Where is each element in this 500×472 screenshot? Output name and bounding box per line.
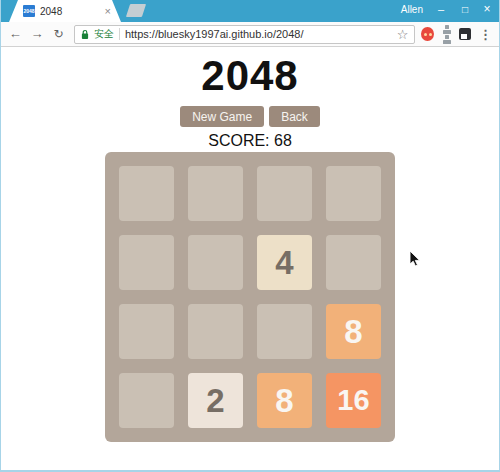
new-tab-button[interactable] (126, 4, 146, 17)
omnibox[interactable]: 安全 https://bluesky1997ai.github.io/2048/… (74, 25, 416, 44)
security-label: 安全 (94, 27, 114, 41)
board-cell-r3c3 (257, 304, 312, 359)
forward-icon[interactable]: → (30, 26, 45, 42)
maximize-button[interactable]: □ (455, 0, 475, 20)
extension-grid-icon[interactable] (440, 29, 453, 40)
browser-tab[interactable]: 2048 2048 × (9, 0, 121, 22)
extension-red-icon[interactable] (421, 27, 434, 41)
browser-toolbar: ← → ↻ 安全 https://bluesky1997ai.github.io… (1, 22, 499, 47)
board-cell-r2c3: 4 (257, 235, 312, 290)
back-button[interactable]: Back (269, 106, 320, 127)
browser-menu-icon[interactable]: ⋮ (479, 27, 492, 42)
board-cell-r4c4: 16 (326, 373, 381, 428)
browser-window: 2048 2048 × Allen – □ × ← → ↻ 安全 https:/… (0, 0, 500, 472)
board-cell-r3c1 (119, 304, 174, 359)
button-row: New Game Back (1, 106, 499, 127)
minimize-button[interactable]: – (431, 0, 451, 20)
tab-title: 2048 (40, 6, 100, 17)
board-cell-r1c2 (188, 166, 243, 221)
board-cell-r4c1 (119, 373, 174, 428)
omnibox-separator (119, 28, 120, 40)
board-cell-r2c4 (326, 235, 381, 290)
titlebar: 2048 2048 × Allen – □ × (1, 0, 499, 22)
tab-close-icon[interactable]: × (105, 6, 111, 17)
extension-avatar-icon[interactable] (459, 28, 471, 40)
user-name: Allen (401, 4, 423, 15)
new-game-button[interactable]: New Game (180, 106, 264, 127)
game-board: 4 8 2 8 16 (105, 152, 395, 442)
lock-icon (81, 29, 89, 40)
close-window-button[interactable]: × (477, 0, 497, 20)
board-cell-r3c4: 8 (326, 304, 381, 359)
board-cell-r1c4 (326, 166, 381, 221)
board-cell-r1c1 (119, 166, 174, 221)
tab-favicon-icon: 2048 (23, 5, 35, 17)
board-cell-r2c1 (119, 235, 174, 290)
back-icon[interactable]: ← (8, 26, 23, 42)
score-text: SCORE: 68 (1, 133, 499, 149)
mouse-cursor (409, 250, 421, 268)
board-cell-r4c3: 8 (257, 373, 312, 428)
board-cell-r3c2 (188, 304, 243, 359)
page-content: 2048 New Game Back SCORE: 68 4 8 2 8 16 (1, 47, 499, 470)
board-cell-r2c2 (188, 235, 243, 290)
url-text[interactable]: https://bluesky1997ai.github.io/2048/ (125, 28, 392, 40)
board-cell-r4c2: 2 (188, 373, 243, 428)
bookmark-star-icon[interactable]: ☆ (397, 28, 409, 41)
reload-icon[interactable]: ↻ (51, 26, 66, 42)
board-cell-r1c3 (257, 166, 312, 221)
page-title: 2048 (1, 52, 499, 100)
